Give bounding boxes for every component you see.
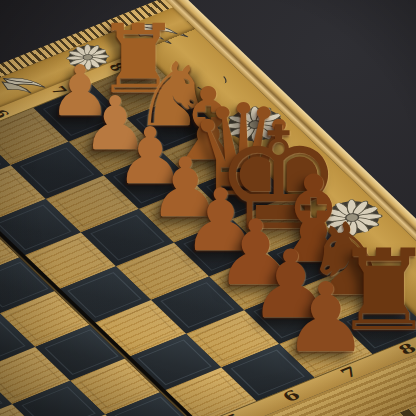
carved-crescent-icon [179, 61, 233, 94]
chess-board-photo: 87654321 87654321 ♜♞♝♛♚♝♞♜♟♟♟♟♟♟♟♟ [0, 0, 416, 416]
carved-crescent-icon [276, 154, 330, 187]
carved-crescent-icon [374, 248, 416, 281]
